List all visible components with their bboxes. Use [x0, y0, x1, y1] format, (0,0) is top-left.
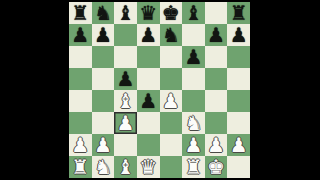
- square-b1[interactable]: ♞: [92, 156, 115, 178]
- square-g5[interactable]: [205, 68, 228, 90]
- square-e5[interactable]: [160, 68, 183, 90]
- piece-black-pawn: ♟: [139, 24, 157, 46]
- square-c5[interactable]: ♟: [114, 68, 137, 90]
- square-g8[interactable]: [205, 2, 228, 24]
- square-a3[interactable]: [69, 112, 92, 134]
- square-h2[interactable]: ♟: [227, 134, 250, 156]
- piece-white-pawn: ♟: [162, 90, 180, 112]
- letterbox-left: [0, 0, 69, 180]
- square-a7[interactable]: ♟: [69, 24, 92, 46]
- square-d7[interactable]: ♟: [137, 24, 160, 46]
- square-a5[interactable]: [69, 68, 92, 90]
- square-e1[interactable]: [160, 156, 183, 178]
- square-h5[interactable]: [227, 68, 250, 90]
- square-g7[interactable]: ♟: [205, 24, 228, 46]
- square-h8[interactable]: ♜: [227, 2, 250, 24]
- square-d6[interactable]: [137, 46, 160, 68]
- square-f7[interactable]: [182, 24, 205, 46]
- square-a8[interactable]: ♜: [69, 2, 92, 24]
- square-b8[interactable]: ♞: [92, 2, 115, 24]
- letterbox-right: [250, 0, 320, 180]
- piece-black-pawn: ♟: [71, 24, 89, 46]
- square-c4[interactable]: ♝: [114, 90, 137, 112]
- piece-black-knight: ♞: [94, 2, 112, 24]
- square-c6[interactable]: [114, 46, 137, 68]
- square-b6[interactable]: [92, 46, 115, 68]
- piece-black-rook: ♜: [230, 2, 248, 24]
- square-e4[interactable]: ♟: [160, 90, 183, 112]
- piece-black-bishop: ♝: [184, 2, 202, 24]
- piece-white-pawn: ♟: [71, 134, 89, 156]
- piece-black-pawn: ♟: [94, 24, 112, 46]
- square-f3[interactable]: ♞: [182, 112, 205, 134]
- piece-white-knight: ♞: [94, 156, 112, 178]
- piece-white-king: ♚: [207, 156, 225, 178]
- square-f6[interactable]: ♟: [182, 46, 205, 68]
- square-d2[interactable]: [137, 134, 160, 156]
- piece-black-king: ♚: [162, 2, 180, 24]
- square-g3[interactable]: [205, 112, 228, 134]
- chess-board: ♜♞♝♛♚♝♜♟♟♟♞♟♟♟♟♝♟♟♟♞♟♟♟♟♟♜♞♝♛♜♚: [69, 2, 250, 178]
- square-e8[interactable]: ♚: [160, 2, 183, 24]
- piece-white-queen: ♛: [139, 156, 157, 178]
- square-c7[interactable]: [114, 24, 137, 46]
- square-g4[interactable]: [205, 90, 228, 112]
- piece-black-pawn: ♟: [117, 68, 135, 90]
- piece-black-pawn: ♟: [207, 24, 225, 46]
- piece-white-rook: ♜: [71, 156, 89, 178]
- square-c8[interactable]: ♝: [114, 2, 137, 24]
- square-f1[interactable]: ♜: [182, 156, 205, 178]
- square-b2[interactable]: ♟: [92, 134, 115, 156]
- square-e3[interactable]: [160, 112, 183, 134]
- square-b5[interactable]: [92, 68, 115, 90]
- square-c2[interactable]: [114, 134, 137, 156]
- square-f5[interactable]: [182, 68, 205, 90]
- piece-white-knight: ♞: [184, 112, 202, 134]
- square-h7[interactable]: ♟: [227, 24, 250, 46]
- square-b4[interactable]: [92, 90, 115, 112]
- piece-black-knight: ♞: [162, 24, 180, 46]
- piece-white-pawn: ♟: [207, 134, 225, 156]
- square-b7[interactable]: ♟: [92, 24, 115, 46]
- piece-black-pawn: ♟: [230, 24, 248, 46]
- piece-black-pawn: ♟: [184, 46, 202, 68]
- piece-white-bishop: ♝: [117, 90, 135, 112]
- square-f2[interactable]: ♟: [182, 134, 205, 156]
- square-h3[interactable]: [227, 112, 250, 134]
- square-c1[interactable]: ♝: [114, 156, 137, 178]
- piece-white-bishop: ♝: [117, 156, 135, 178]
- square-a6[interactable]: [69, 46, 92, 68]
- piece-white-pawn: ♟: [117, 112, 135, 134]
- square-a1[interactable]: ♜: [69, 156, 92, 178]
- piece-white-pawn: ♟: [230, 134, 248, 156]
- square-d5[interactable]: [137, 68, 160, 90]
- square-g1[interactable]: ♚: [205, 156, 228, 178]
- square-g6[interactable]: [205, 46, 228, 68]
- piece-white-pawn: ♟: [184, 134, 202, 156]
- piece-black-queen: ♛: [139, 2, 157, 24]
- piece-black-pawn: ♟: [139, 90, 157, 112]
- piece-white-pawn: ♟: [94, 134, 112, 156]
- app-window: ♜♞♝♛♚♝♜♟♟♟♞♟♟♟♟♝♟♟♟♞♟♟♟♟♟♜♞♝♛♜♚: [0, 0, 320, 180]
- piece-black-bishop: ♝: [117, 2, 135, 24]
- square-d8[interactable]: ♛: [137, 2, 160, 24]
- square-f4[interactable]: [182, 90, 205, 112]
- square-d4[interactable]: ♟: [137, 90, 160, 112]
- square-f8[interactable]: ♝: [182, 2, 205, 24]
- square-g2[interactable]: ♟: [205, 134, 228, 156]
- square-h4[interactable]: [227, 90, 250, 112]
- piece-black-rook: ♜: [71, 2, 89, 24]
- square-d3[interactable]: [137, 112, 160, 134]
- square-a4[interactable]: [69, 90, 92, 112]
- square-c3[interactable]: ♟: [114, 112, 137, 134]
- square-h6[interactable]: [227, 46, 250, 68]
- square-e7[interactable]: ♞: [160, 24, 183, 46]
- square-h1[interactable]: [227, 156, 250, 178]
- square-b3[interactable]: [92, 112, 115, 134]
- square-e2[interactable]: [160, 134, 183, 156]
- square-a2[interactable]: ♟: [69, 134, 92, 156]
- square-e6[interactable]: [160, 46, 183, 68]
- piece-white-rook: ♜: [184, 156, 202, 178]
- square-d1[interactable]: ♛: [137, 156, 160, 178]
